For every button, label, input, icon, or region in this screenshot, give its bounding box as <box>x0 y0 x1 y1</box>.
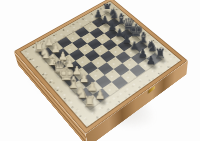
perspective-wrapper: ♜♞♝♛♚♝♞♜♟♟♟♟♟♟♟♟♟♟♟♟♟♟♟♟♜♞♝♛♚♝♞♜ <box>0 0 200 141</box>
chess-set-photo: ♜♞♝♛♚♝♞♜♟♟♟♟♟♟♟♟♟♟♟♟♟♟♟♟♜♞♝♛♚♝♞♜ <box>0 0 200 141</box>
brass-latch-icon <box>148 86 154 94</box>
wooden-case: ♜♞♝♛♚♝♞♜♟♟♟♟♟♟♟♟♟♟♟♟♟♟♟♟♜♞♝♛♚♝♞♜ <box>14 0 188 134</box>
piece-white-rook-h1: ♜ <box>79 84 99 108</box>
piece-black-pawn-h7: ♟ <box>141 44 159 67</box>
